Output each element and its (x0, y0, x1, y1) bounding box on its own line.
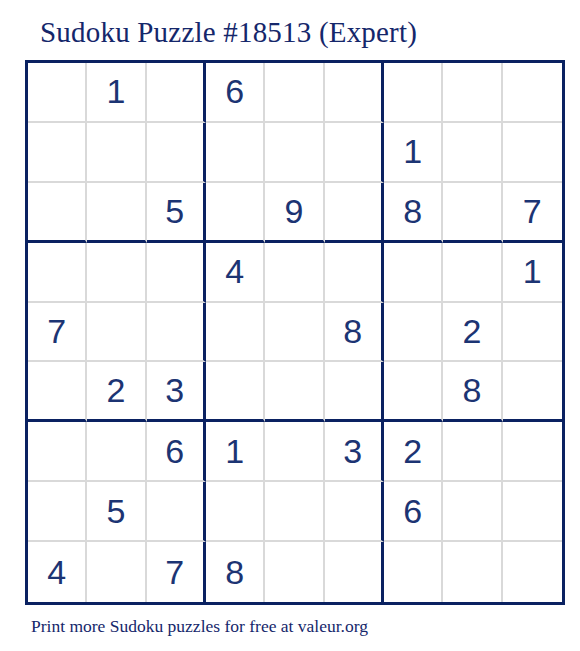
cell-r2c1 (28, 123, 87, 183)
cell-r7c4: 1 (206, 422, 265, 482)
cell-r7c1 (28, 422, 87, 482)
cell-r6c6 (325, 362, 384, 422)
cell-r1c2: 1 (87, 63, 146, 123)
cell-r1c8 (443, 63, 502, 123)
cell-r7c7: 2 (384, 422, 443, 482)
cell-r1c5 (265, 63, 324, 123)
cell-r9c5 (265, 542, 324, 602)
cell-r6c7 (384, 362, 443, 422)
cell-r4c3 (147, 243, 206, 303)
cell-r9c9 (503, 542, 562, 602)
cell-r6c3: 3 (147, 362, 206, 422)
cell-r9c3: 7 (147, 542, 206, 602)
cell-r3c1 (28, 183, 87, 243)
cell-r5c6: 8 (325, 303, 384, 363)
cell-r4c7 (384, 243, 443, 303)
puzzle-title: Sudoku Puzzle #18513 (Expert) (40, 16, 417, 49)
cell-r6c2: 2 (87, 362, 146, 422)
cell-r8c1 (28, 482, 87, 542)
cell-r5c9 (503, 303, 562, 363)
cell-r9c8 (443, 542, 502, 602)
cell-r7c2 (87, 422, 146, 482)
cell-r2c3 (147, 123, 206, 183)
cell-r2c9 (503, 123, 562, 183)
cell-r7c9 (503, 422, 562, 482)
cell-r5c8: 2 (443, 303, 502, 363)
cell-r8c3 (147, 482, 206, 542)
cell-r4c6 (325, 243, 384, 303)
cell-r8c2: 5 (87, 482, 146, 542)
cell-r3c6 (325, 183, 384, 243)
cell-r9c2 (87, 542, 146, 602)
cell-r4c2 (87, 243, 146, 303)
cell-r1c4: 6 (206, 63, 265, 123)
cell-r3c8 (443, 183, 502, 243)
cell-r2c4 (206, 123, 265, 183)
cell-r8c5 (265, 482, 324, 542)
footer-text: Print more Sudoku puzzles for free at va… (31, 616, 368, 637)
cell-r1c9 (503, 63, 562, 123)
cell-r3c3: 5 (147, 183, 206, 243)
cell-r7c3: 6 (147, 422, 206, 482)
cell-r6c1 (28, 362, 87, 422)
cell-r2c8 (443, 123, 502, 183)
page: Sudoku Puzzle #18513 (Expert) 1615987417… (0, 0, 580, 651)
cell-r5c2 (87, 303, 146, 363)
cell-r9c7 (384, 542, 443, 602)
cell-r3c5: 9 (265, 183, 324, 243)
cell-r2c7: 1 (384, 123, 443, 183)
cell-r9c1: 4 (28, 542, 87, 602)
cell-r3c2 (87, 183, 146, 243)
cell-r1c1 (28, 63, 87, 123)
cell-r6c5 (265, 362, 324, 422)
cell-r8c7: 6 (384, 482, 443, 542)
cell-r6c4 (206, 362, 265, 422)
cell-r4c1 (28, 243, 87, 303)
sudoku-board: 161598741782238613256478 (25, 60, 565, 605)
cell-r5c3 (147, 303, 206, 363)
cell-r5c1: 7 (28, 303, 87, 363)
cell-r3c7: 8 (384, 183, 443, 243)
cell-r4c8 (443, 243, 502, 303)
cell-r7c5 (265, 422, 324, 482)
cell-r4c9: 1 (503, 243, 562, 303)
cell-r4c4: 4 (206, 243, 265, 303)
cell-r6c8: 8 (443, 362, 502, 422)
cell-r5c4 (206, 303, 265, 363)
cell-r2c5 (265, 123, 324, 183)
cell-r8c9 (503, 482, 562, 542)
cell-r1c6 (325, 63, 384, 123)
cell-r1c7 (384, 63, 443, 123)
cell-r8c4 (206, 482, 265, 542)
cell-r9c6 (325, 542, 384, 602)
cell-r5c7 (384, 303, 443, 363)
cell-r8c6 (325, 482, 384, 542)
cell-r2c2 (87, 123, 146, 183)
cell-r9c4: 8 (206, 542, 265, 602)
cell-r8c8 (443, 482, 502, 542)
cell-r6c9 (503, 362, 562, 422)
cell-r2c6 (325, 123, 384, 183)
cell-r5c5 (265, 303, 324, 363)
cell-r1c3 (147, 63, 206, 123)
cell-r3c9: 7 (503, 183, 562, 243)
cell-r7c6: 3 (325, 422, 384, 482)
cell-r7c8 (443, 422, 502, 482)
cell-r3c4 (206, 183, 265, 243)
cell-r4c5 (265, 243, 324, 303)
